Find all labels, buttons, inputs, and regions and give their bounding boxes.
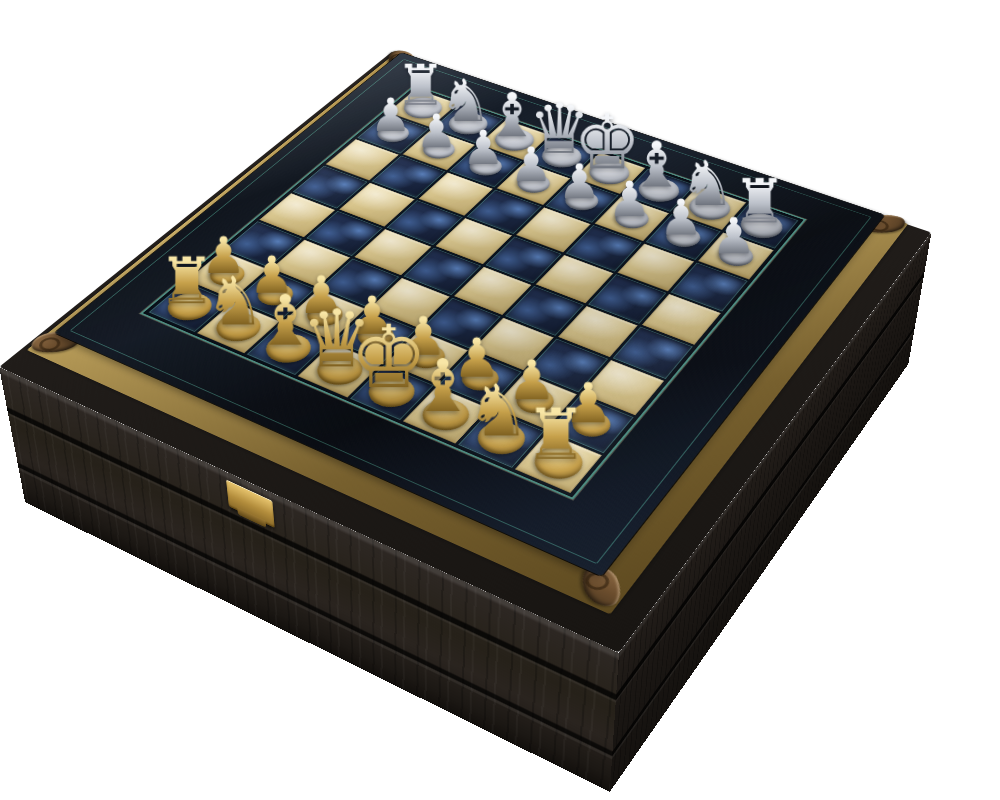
piece-black-pawn[interactable]: ♟: [692, 215, 776, 258]
scene-3d: ♜♞♝♛♚♝♞♜♟♟♟♟♟♟♟♟♟♟♟♟♟♟♟♟♜♞♝♛♚♝♞♜: [0, 0, 985, 775]
chess-set-assembly: ♜♞♝♛♚♝♞♜♟♟♟♟♟♟♟♟♟♟♟♟♟♟♟♟♜♞♝♛♚♝♞♜: [0, 51, 931, 653]
piece-white-rook[interactable]: ♜: [508, 406, 604, 466]
product-photo-stage: ♜♞♝♛♚♝♞♜♟♟♟♟♟♟♟♟♟♟♟♟♟♟♟♟♜♞♝♛♚♝♞♜: [0, 0, 1000, 800]
